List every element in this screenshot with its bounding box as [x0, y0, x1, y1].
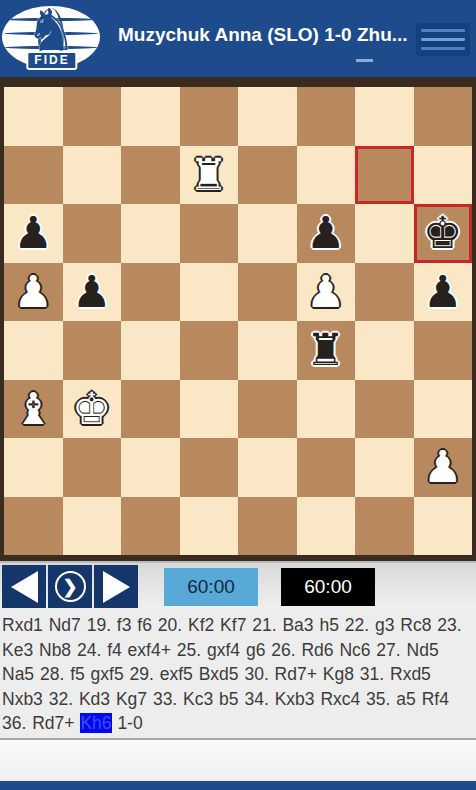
square-h3[interactable] — [414, 380, 473, 439]
black-pawn: ♟ — [306, 211, 345, 255]
square-c5[interactable] — [121, 263, 180, 322]
square-h5[interactable]: ♟ — [414, 263, 473, 322]
square-b3[interactable]: ♚ — [63, 380, 122, 439]
square-f2[interactable] — [297, 438, 356, 497]
square-e1[interactable] — [238, 497, 297, 556]
move-list[interactable]: Rxd1 Nd7 19. f3 f6 20. Kf2 Kf7 21. Ba3 h… — [0, 610, 476, 738]
autoplay-icon: ❯ — [55, 571, 86, 602]
next-move-button[interactable] — [94, 565, 138, 608]
square-b2[interactable] — [63, 438, 122, 497]
square-h2[interactable]: ♟ — [414, 438, 473, 497]
moves-after: 1-0 — [112, 713, 143, 733]
square-d7[interactable]: ♜ — [180, 146, 239, 205]
square-d4[interactable] — [180, 321, 239, 380]
previous-move-button[interactable] — [2, 565, 46, 608]
square-e6[interactable] — [238, 204, 297, 263]
title-underline-dash — [356, 59, 373, 62]
board-frame: ♜♟♟♚♟♟♟♟♜♝♚♟ — [0, 77, 476, 561]
square-a5[interactable]: ♟ — [4, 263, 63, 322]
square-c4[interactable] — [121, 321, 180, 380]
hamburger-icon — [421, 29, 465, 32]
square-a4[interactable] — [4, 321, 63, 380]
square-b6[interactable] — [63, 204, 122, 263]
square-d5[interactable] — [180, 263, 239, 322]
footer-area — [0, 740, 476, 781]
bottom-blue-bar — [0, 781, 476, 790]
square-c6[interactable] — [121, 204, 180, 263]
square-a2[interactable] — [4, 438, 63, 497]
square-g2[interactable] — [355, 438, 414, 497]
square-d1[interactable] — [180, 497, 239, 556]
square-h8[interactable] — [414, 87, 473, 146]
square-h1[interactable] — [414, 497, 473, 556]
current-move-highlight[interactable]: Kh6 — [80, 713, 111, 733]
next-icon — [103, 571, 130, 603]
square-c1[interactable] — [121, 497, 180, 556]
fide-logo: ♞ FIDE — [2, 4, 102, 72]
white-pawn: ♟ — [14, 270, 53, 314]
square-f5[interactable]: ♟ — [297, 263, 356, 322]
square-e7[interactable] — [238, 146, 297, 205]
square-c2[interactable] — [121, 438, 180, 497]
white-bishop: ♝ — [14, 387, 53, 431]
square-e2[interactable] — [238, 438, 297, 497]
white-clock[interactable]: 60:00 — [164, 568, 258, 606]
white-king: ♚ — [72, 387, 111, 431]
square-a7[interactable] — [4, 146, 63, 205]
square-b1[interactable] — [63, 497, 122, 556]
autoplay-button[interactable]: ❯ — [48, 565, 92, 608]
square-e3[interactable] — [238, 380, 297, 439]
square-g4[interactable] — [355, 321, 414, 380]
square-h6[interactable]: ♚ — [414, 204, 473, 263]
black-rook: ♜ — [306, 328, 345, 372]
fide-logo-text: FIDE — [26, 51, 77, 70]
black-pawn: ♟ — [72, 270, 111, 314]
game-title: Muzychuk Anna (SLO) 1-0 Zhu... — [118, 24, 408, 46]
square-a1[interactable] — [4, 497, 63, 556]
square-f4[interactable]: ♜ — [297, 321, 356, 380]
square-a6[interactable]: ♟ — [4, 204, 63, 263]
hamburger-icon — [421, 47, 465, 50]
square-d3[interactable] — [180, 380, 239, 439]
menu-button[interactable] — [416, 23, 470, 56]
square-g6[interactable] — [355, 204, 414, 263]
square-h7[interactable] — [414, 146, 473, 205]
square-b5[interactable]: ♟ — [63, 263, 122, 322]
square-d8[interactable] — [180, 87, 239, 146]
square-g3[interactable] — [355, 380, 414, 439]
square-g7[interactable] — [355, 146, 414, 205]
square-f7[interactable] — [297, 146, 356, 205]
black-pawn: ♟ — [423, 270, 462, 314]
square-g5[interactable] — [355, 263, 414, 322]
square-c3[interactable] — [121, 380, 180, 439]
white-rook: ♜ — [189, 153, 228, 197]
controls-bar: ❯ 60:00 60:00 — [0, 561, 476, 610]
square-f8[interactable] — [297, 87, 356, 146]
square-d2[interactable] — [180, 438, 239, 497]
square-e4[interactable] — [238, 321, 297, 380]
white-pawn: ♟ — [306, 270, 345, 314]
previous-icon — [11, 571, 38, 603]
square-f3[interactable] — [297, 380, 356, 439]
square-c7[interactable] — [121, 146, 180, 205]
square-h4[interactable] — [414, 321, 473, 380]
square-b8[interactable] — [63, 87, 122, 146]
square-e8[interactable] — [238, 87, 297, 146]
square-g8[interactable] — [355, 87, 414, 146]
square-b7[interactable] — [63, 146, 122, 205]
square-c8[interactable] — [121, 87, 180, 146]
square-g1[interactable] — [355, 497, 414, 556]
square-b4[interactable] — [63, 321, 122, 380]
white-pawn: ♟ — [423, 445, 462, 489]
black-clock[interactable]: 60:00 — [281, 568, 375, 606]
chess-app: ♞ FIDE Muzychuk Anna (SLO) 1-0 Zhu... ♜♟… — [0, 0, 476, 790]
chess-board[interactable]: ♜♟♟♚♟♟♟♟♜♝♚♟ — [4, 87, 472, 555]
square-a3[interactable]: ♝ — [4, 380, 63, 439]
moves-before: Rxd1 Nd7 19. f3 f6 20. Kf2 Kf7 21. Ba3 h… — [2, 615, 462, 733]
square-f1[interactable] — [297, 497, 356, 556]
hamburger-icon — [421, 38, 465, 41]
square-d6[interactable] — [180, 204, 239, 263]
app-header: ♞ FIDE Muzychuk Anna (SLO) 1-0 Zhu... — [0, 0, 476, 77]
square-a8[interactable] — [4, 87, 63, 146]
square-f6[interactable]: ♟ — [297, 204, 356, 263]
black-pawn: ♟ — [14, 211, 53, 255]
black-king: ♚ — [423, 211, 462, 255]
square-e5[interactable] — [238, 263, 297, 322]
